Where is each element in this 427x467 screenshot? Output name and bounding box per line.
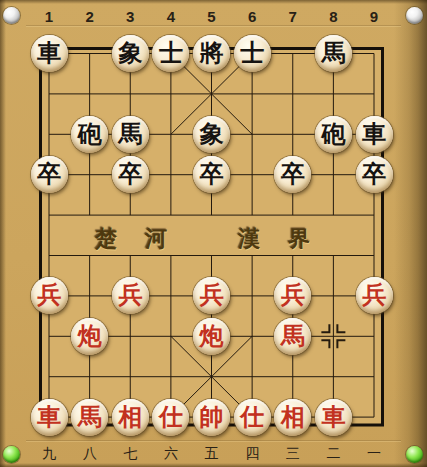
piece-black-chariot[interactable]: 車 [31,35,68,72]
file-label-bottom-9: 一 [363,445,385,463]
file-label-bottom-4: 六 [160,445,182,463]
piece-red-soldier[interactable]: 兵 [112,277,149,314]
file-label-top-8: 8 [322,8,344,25]
piece-black-horse[interactable]: 馬 [112,116,149,153]
piece-black-horse[interactable]: 馬 [315,35,352,72]
file-label-top-2: 2 [79,8,101,25]
file-label-top-6: 6 [241,8,263,25]
piece-black-elephant[interactable]: 象 [112,35,149,72]
piece-black-advisor[interactable]: 士 [234,35,271,72]
piece-red-horse[interactable]: 馬 [274,318,311,355]
file-label-bottom-6: 四 [241,445,263,463]
piece-red-chariot[interactable]: 車 [31,399,68,436]
piece-black-cannon[interactable]: 砲 [71,116,108,153]
piece-red-general[interactable]: 帥 [193,399,230,436]
piece-red-advisor[interactable]: 仕 [152,399,189,436]
piece-black-general[interactable]: 將 [193,35,230,72]
piece-black-elephant[interactable]: 象 [193,116,230,153]
piece-red-soldier[interactable]: 兵 [31,277,68,314]
piece-red-horse[interactable]: 馬 [71,399,108,436]
piece-red-advisor[interactable]: 仕 [234,399,271,436]
xiangqi-board-window: 楚河 漢界 123456789 九八七六五四三二一 車象士將士馬砲馬象砲車卒卒卒… [0,0,427,467]
file-label-top-1: 1 [38,8,60,25]
piece-black-chariot[interactable]: 車 [356,116,393,153]
file-label-bottom-8: 二 [322,445,344,463]
file-label-top-4: 4 [160,8,182,25]
piece-black-soldier[interactable]: 卒 [112,156,149,193]
file-label-top-3: 3 [119,8,141,25]
file-label-bottom-5: 五 [201,445,223,463]
file-label-top-9: 9 [363,8,385,25]
indicator-orb-bottom-right [406,446,423,463]
piece-red-elephant[interactable]: 相 [112,399,149,436]
file-label-top-7: 7 [282,8,304,25]
piece-black-soldier[interactable]: 卒 [31,156,68,193]
piece-red-cannon[interactable]: 炮 [71,318,108,355]
river-label-left: 楚河 [95,224,195,254]
piece-black-cannon[interactable]: 砲 [315,116,352,153]
file-label-bottom-7: 三 [282,445,304,463]
file-label-bottom-3: 七 [119,445,141,463]
indicator-orb-top-left [3,7,20,24]
file-label-bottom-1: 九 [38,445,60,463]
piece-red-soldier[interactable]: 兵 [356,277,393,314]
piece-red-elephant[interactable]: 相 [274,399,311,436]
indicator-orb-bottom-left [3,446,20,463]
piece-red-cannon[interactable]: 炮 [193,318,230,355]
piece-red-chariot[interactable]: 車 [315,399,352,436]
file-label-bottom-2: 八 [79,445,101,463]
indicator-orb-top-right [406,7,423,24]
piece-black-soldier[interactable]: 卒 [356,156,393,193]
file-label-top-5: 5 [201,8,223,25]
river-label-right: 漢界 [238,224,338,254]
piece-black-soldier[interactable]: 卒 [193,156,230,193]
